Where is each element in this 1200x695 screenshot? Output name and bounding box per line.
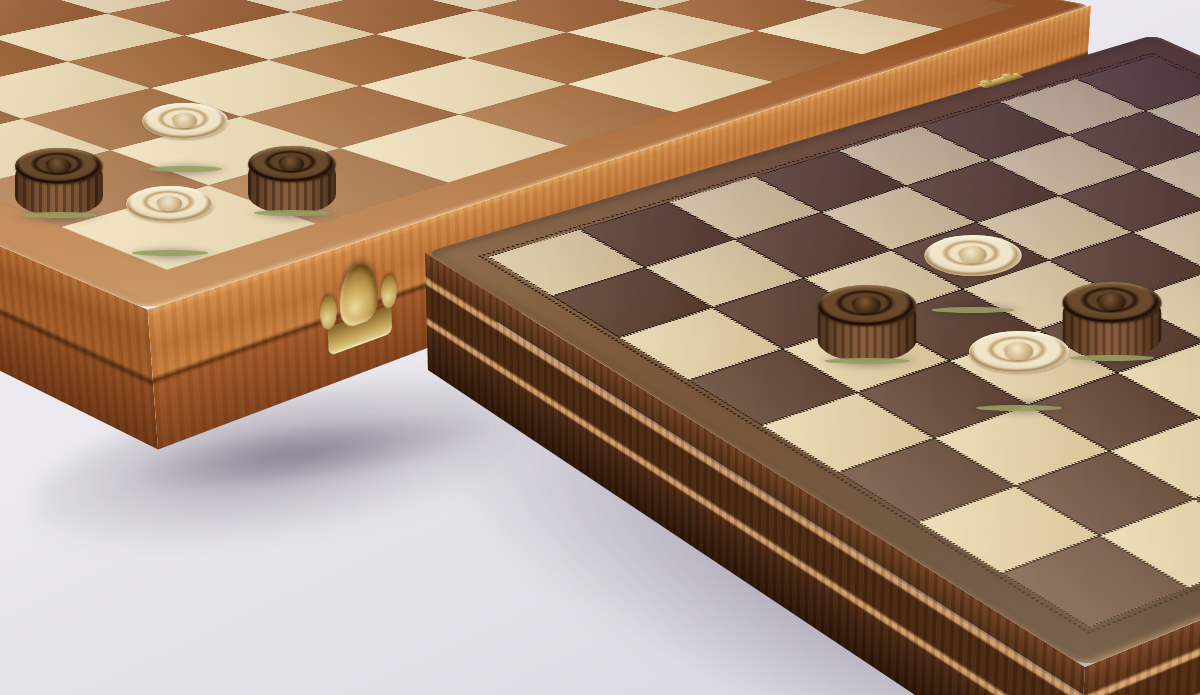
piece-boss bbox=[959, 246, 986, 263]
piece-felt bbox=[21, 212, 97, 218]
piece-felt bbox=[254, 210, 330, 216]
checker-piece-light[interactable] bbox=[126, 186, 214, 256]
checker-piece-light[interactable] bbox=[969, 331, 1069, 411]
piece-felt bbox=[132, 250, 208, 256]
piece-felt bbox=[976, 405, 1062, 411]
studio-backdrop: { "game": "checkers (draughts)", "scene"… bbox=[0, 0, 1200, 695]
checker-piece-light[interactable] bbox=[142, 103, 228, 172]
piece-felt bbox=[148, 166, 222, 172]
piece-boss bbox=[173, 113, 197, 128]
checker-piece-dark[interactable] bbox=[818, 285, 917, 364]
piece-felt bbox=[1069, 355, 1154, 361]
checker-piece-dark[interactable] bbox=[1063, 282, 1162, 361]
piece-felt bbox=[824, 358, 909, 364]
piece-boss bbox=[1005, 342, 1033, 360]
checker-piece-dark[interactable] bbox=[248, 146, 336, 216]
checker-piece-dark[interactable] bbox=[15, 148, 103, 218]
pieces-layer bbox=[0, 0, 1200, 695]
piece-felt bbox=[931, 307, 1014, 313]
checker-piece-light[interactable] bbox=[925, 235, 1022, 313]
